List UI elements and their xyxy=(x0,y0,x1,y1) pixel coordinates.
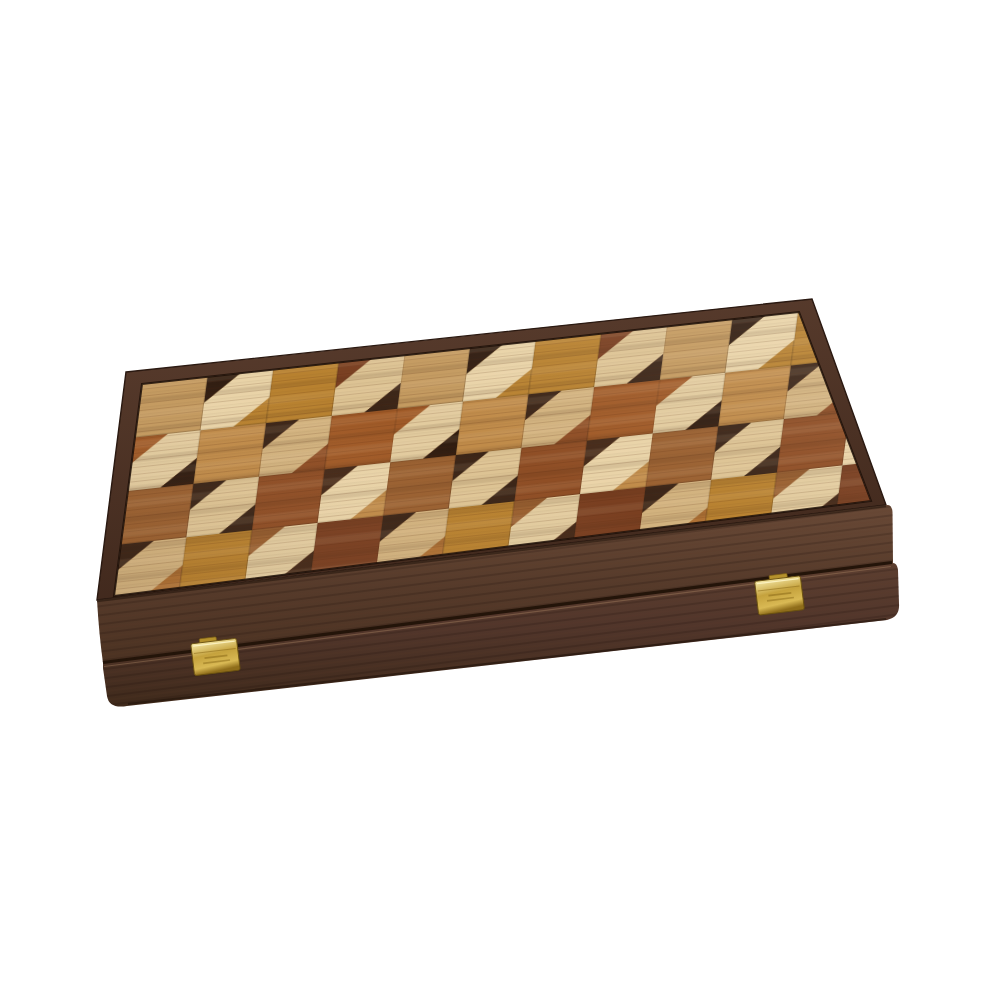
product-photo-stage: Closed handcrafted wooden backgammon cas… xyxy=(0,0,1000,1000)
latch-plate xyxy=(755,576,805,615)
backgammon-case-photo: Closed handcrafted wooden backgammon cas… xyxy=(0,0,1000,1000)
